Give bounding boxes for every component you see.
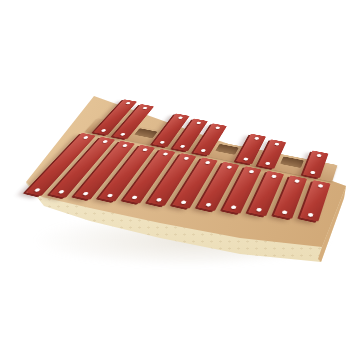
glockenspiel-product-photo	[0, 0, 350, 350]
